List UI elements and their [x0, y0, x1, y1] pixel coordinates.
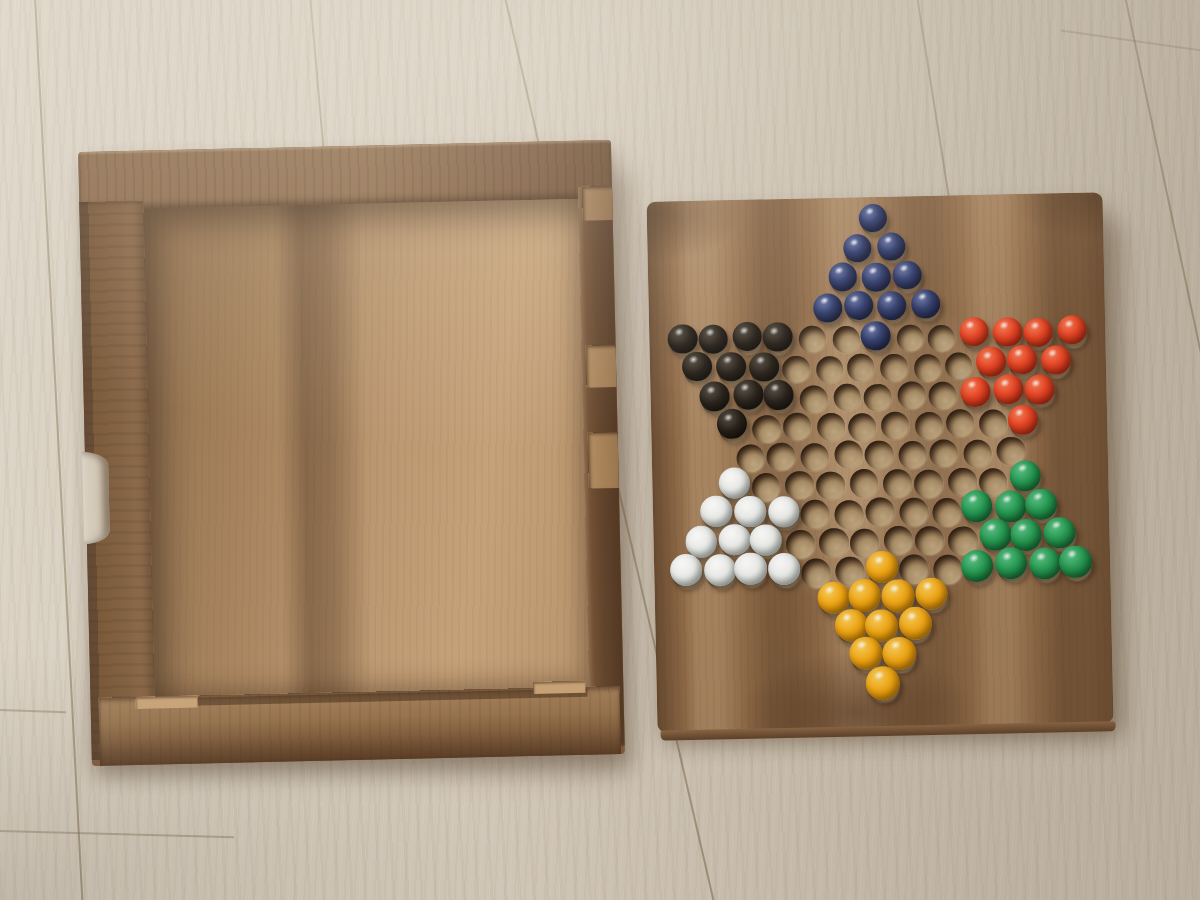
board-hole[interactable]	[929, 439, 958, 468]
board-hole[interactable]	[880, 354, 908, 382]
peg-green[interactable]	[1044, 516, 1077, 549]
storage-box	[78, 140, 625, 766]
board-hole[interactable]	[945, 352, 973, 380]
board-hole[interactable]	[847, 413, 876, 442]
board-hole[interactable]	[767, 442, 796, 471]
box-interior-bottom-panel	[141, 197, 591, 701]
peg-red[interactable]	[1007, 344, 1037, 374]
board-hole[interactable]	[817, 413, 846, 442]
box-top-wall	[78, 140, 612, 210]
board-hole[interactable]	[927, 324, 955, 352]
board-hole[interactable]	[865, 497, 895, 527]
lid-groove-notch-top	[582, 186, 613, 221]
board-hole[interactable]	[800, 442, 829, 471]
groove-rebate-left	[135, 696, 197, 709]
board-hole[interactable]	[865, 441, 894, 470]
board-hole[interactable]	[834, 440, 863, 469]
peg-white[interactable]	[734, 495, 766, 527]
peg-yellow[interactable]	[848, 579, 881, 612]
board-hole[interactable]	[864, 383, 892, 411]
board-hole[interactable]	[899, 498, 929, 528]
board-hole[interactable]	[832, 326, 860, 354]
peg-green[interactable]	[961, 490, 993, 522]
peg-white[interactable]	[719, 523, 752, 556]
peg-navy[interactable]	[828, 262, 857, 291]
board-hole[interactable]	[816, 355, 844, 383]
board-hole[interactable]	[898, 441, 927, 470]
peg-black[interactable]	[716, 351, 746, 381]
peg-green[interactable]	[1025, 488, 1057, 520]
peg-yellow[interactable]	[899, 607, 933, 641]
board-hole[interactable]	[819, 528, 849, 558]
peg-red[interactable]	[1040, 345, 1070, 375]
groove-rebate-right	[533, 681, 585, 694]
board-hole[interactable]	[785, 471, 814, 500]
star-hole-grid	[646, 192, 1113, 732]
peg-yellow[interactable]	[915, 577, 948, 610]
peg-green[interactable]	[1010, 519, 1043, 552]
peg-green[interactable]	[979, 518, 1012, 551]
board-hole[interactable]	[816, 471, 845, 500]
peg-navy[interactable]	[892, 260, 921, 289]
board-hole[interactable]	[928, 381, 956, 409]
board-hole[interactable]	[945, 409, 974, 438]
board-hole[interactable]	[850, 469, 879, 498]
game-board	[646, 192, 1113, 732]
board-hole[interactable]	[932, 498, 962, 528]
board-hole[interactable]	[963, 439, 992, 468]
board-hole[interactable]	[847, 353, 875, 381]
peg-white[interactable]	[700, 495, 732, 527]
board-hole[interactable]	[914, 354, 942, 382]
peg-white[interactable]	[685, 526, 718, 559]
board-hole[interactable]	[782, 355, 810, 383]
peg-yellow[interactable]	[866, 666, 900, 700]
board-hole[interactable]	[801, 499, 831, 529]
peg-white[interactable]	[749, 524, 782, 557]
board-hole[interactable]	[833, 383, 861, 411]
peg-green[interactable]	[994, 490, 1026, 522]
board-hole[interactable]	[979, 409, 1008, 438]
lid-groove-notch-lower	[588, 432, 619, 489]
board-hole[interactable]	[883, 469, 912, 498]
board-hole[interactable]	[897, 324, 925, 352]
photo-scene	[0, 0, 1200, 900]
board-hole[interactable]	[834, 499, 864, 529]
board-hole[interactable]	[914, 526, 944, 556]
peg-navy[interactable]	[862, 262, 891, 291]
board-hole[interactable]	[881, 411, 910, 440]
board-hole[interactable]	[799, 385, 827, 413]
peg-red[interactable]	[976, 346, 1006, 376]
board-hole[interactable]	[914, 469, 943, 498]
board-hole[interactable]	[783, 412, 812, 441]
board-hole[interactable]	[752, 415, 781, 444]
board-hole[interactable]	[915, 411, 944, 440]
peg-white[interactable]	[768, 495, 800, 527]
board-hole[interactable]	[898, 381, 926, 409]
peg-black[interactable]	[749, 352, 779, 382]
peg-black[interactable]	[682, 351, 712, 381]
lid-groove-notch-upper	[586, 345, 617, 388]
finger-notch[interactable]	[82, 452, 110, 545]
board-hole[interactable]	[799, 326, 827, 354]
